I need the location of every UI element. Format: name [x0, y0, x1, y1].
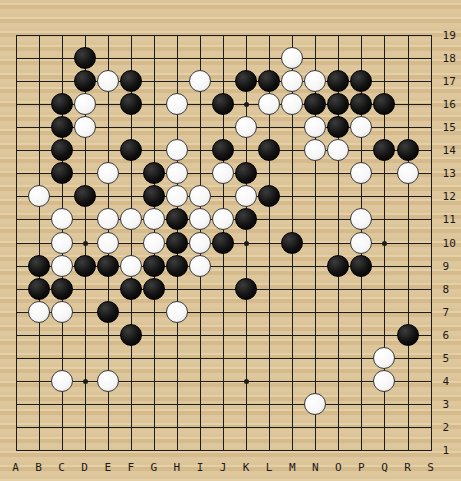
white-stone-K15[interactable] [235, 116, 257, 138]
white-stone-I12[interactable] [189, 185, 211, 207]
column-label-L: L [266, 462, 273, 473]
black-stone-P16[interactable] [350, 93, 372, 115]
black-stone-C15[interactable] [51, 116, 73, 138]
black-stone-E9[interactable] [97, 255, 119, 277]
column-label-N: N [312, 462, 319, 473]
white-stone-H12[interactable] [166, 185, 188, 207]
black-stone-D12[interactable] [74, 185, 96, 207]
column-label-A: A [12, 462, 19, 473]
white-stone-P10[interactable] [350, 232, 372, 254]
white-stone-K12[interactable] [235, 185, 257, 207]
star-point-Q10 [382, 241, 387, 246]
white-stone-I11[interactable] [189, 208, 211, 230]
white-stone-C7[interactable] [51, 301, 73, 323]
row-label-10: 10 [443, 237, 456, 248]
black-stone-D17[interactable] [74, 70, 96, 92]
black-stone-O17[interactable] [327, 70, 349, 92]
black-stone-C14[interactable] [51, 139, 73, 161]
white-stone-B12[interactable] [28, 185, 50, 207]
column-label-E: E [104, 462, 111, 473]
row-label-19: 19 [443, 30, 456, 41]
star-point-K16 [244, 102, 249, 107]
column-label-S: S [427, 462, 434, 473]
row-label-9: 9 [443, 260, 450, 271]
white-stone-N15[interactable] [304, 116, 326, 138]
black-stone-H11[interactable] [166, 208, 188, 230]
column-label-I: I [197, 462, 204, 473]
black-stone-P9[interactable] [350, 255, 372, 277]
white-stone-L16[interactable] [258, 93, 280, 115]
white-stone-N3[interactable] [304, 393, 326, 415]
black-stone-R6[interactable] [397, 324, 419, 346]
black-stone-G12[interactable] [143, 185, 165, 207]
black-stone-C13[interactable] [51, 162, 73, 184]
star-point-D4 [83, 379, 88, 384]
black-stone-J14[interactable] [212, 139, 234, 161]
row-label-2: 2 [443, 422, 450, 433]
row-label-17: 17 [443, 76, 456, 87]
row-label-5: 5 [443, 352, 450, 363]
white-stone-H14[interactable] [166, 139, 188, 161]
white-stone-N14[interactable] [304, 139, 326, 161]
white-stone-C11[interactable] [51, 208, 73, 230]
black-stone-K13[interactable] [235, 162, 257, 184]
row-label-4: 4 [443, 375, 450, 386]
white-stone-C10[interactable] [51, 232, 73, 254]
white-stone-P13[interactable] [350, 162, 372, 184]
white-stone-J11[interactable] [212, 208, 234, 230]
white-stone-F9[interactable] [120, 255, 142, 277]
black-stone-D18[interactable] [74, 47, 96, 69]
white-stone-F11[interactable] [120, 208, 142, 230]
black-stone-E7[interactable] [97, 301, 119, 323]
white-stone-P15[interactable] [350, 116, 372, 138]
column-label-Q: Q [381, 462, 388, 473]
white-stone-D15[interactable] [74, 116, 96, 138]
white-stone-C4[interactable] [51, 370, 73, 392]
black-stone-F6[interactable] [120, 324, 142, 346]
black-stone-F16[interactable] [120, 93, 142, 115]
row-label-8: 8 [443, 283, 450, 294]
row-label-18: 18 [443, 53, 456, 64]
grid-line-vertical [408, 35, 409, 451]
black-stone-L14[interactable] [258, 139, 280, 161]
black-stone-Q14[interactable] [373, 139, 395, 161]
black-stone-H9[interactable] [166, 255, 188, 277]
column-label-H: H [174, 462, 181, 473]
black-stone-H10[interactable] [166, 232, 188, 254]
white-stone-I17[interactable] [189, 70, 211, 92]
column-label-P: P [358, 462, 365, 473]
black-stone-G9[interactable] [143, 255, 165, 277]
black-stone-O15[interactable] [327, 116, 349, 138]
row-label-16: 16 [443, 99, 456, 110]
white-stone-J13[interactable] [212, 162, 234, 184]
black-stone-F8[interactable] [120, 278, 142, 300]
column-label-G: G [151, 462, 158, 473]
black-stone-C8[interactable] [51, 278, 73, 300]
star-point-K4 [244, 379, 249, 384]
column-label-J: J [220, 462, 227, 473]
grid-line-horizontal [16, 358, 432, 359]
black-stone-B8[interactable] [28, 278, 50, 300]
column-label-F: F [127, 462, 134, 473]
column-label-R: R [404, 462, 411, 473]
black-stone-F14[interactable] [120, 139, 142, 161]
row-label-12: 12 [443, 191, 456, 202]
white-stone-E17[interactable] [97, 70, 119, 92]
star-point-D10 [83, 241, 88, 246]
white-stone-H16[interactable] [166, 93, 188, 115]
column-label-D: D [81, 462, 88, 473]
row-label-3: 3 [443, 398, 450, 409]
black-stone-L17[interactable] [258, 70, 280, 92]
grid-line-horizontal [16, 450, 432, 451]
column-label-B: B [35, 462, 42, 473]
white-stone-H7[interactable] [166, 301, 188, 323]
black-stone-K8[interactable] [235, 278, 257, 300]
white-stone-M18[interactable] [281, 47, 303, 69]
white-stone-G11[interactable] [143, 208, 165, 230]
black-stone-J16[interactable] [212, 93, 234, 115]
black-stone-N16[interactable] [304, 93, 326, 115]
go-board-diagram: ABCDEFGHIJKLMNOPQRS 19181716151413121110… [0, 0, 461, 481]
white-stone-D16[interactable] [74, 93, 96, 115]
black-stone-K17[interactable] [235, 70, 257, 92]
column-label-C: C [58, 462, 65, 473]
column-label-K: K [243, 462, 250, 473]
white-stone-G10[interactable] [143, 232, 165, 254]
row-label-7: 7 [443, 306, 450, 317]
white-stone-I10[interactable] [189, 232, 211, 254]
row-label-11: 11 [443, 214, 456, 225]
white-stone-E11[interactable] [97, 208, 119, 230]
white-stone-P11[interactable] [350, 208, 372, 230]
black-stone-O16[interactable] [327, 93, 349, 115]
grid-line-horizontal [16, 289, 432, 290]
white-stone-E4[interactable] [97, 370, 119, 392]
column-label-M: M [289, 462, 296, 473]
black-stone-L12[interactable] [258, 185, 280, 207]
row-label-1: 1 [443, 445, 450, 456]
black-stone-K11[interactable] [235, 208, 257, 230]
grid-line-horizontal [16, 381, 432, 382]
black-stone-R14[interactable] [397, 139, 419, 161]
white-stone-I9[interactable] [189, 255, 211, 277]
black-stone-O9[interactable] [327, 255, 349, 277]
white-stone-M16[interactable] [281, 93, 303, 115]
black-stone-M10[interactable] [281, 232, 303, 254]
white-stone-H13[interactable] [166, 162, 188, 184]
grid-line-horizontal [16, 335, 432, 336]
white-stone-R13[interactable] [397, 162, 419, 184]
row-label-13: 13 [443, 168, 456, 179]
white-stone-E10[interactable] [97, 232, 119, 254]
black-stone-G13[interactable] [143, 162, 165, 184]
grid-line-horizontal [16, 404, 432, 405]
white-stone-B7[interactable] [28, 301, 50, 323]
white-stone-N17[interactable] [304, 70, 326, 92]
black-stone-D9[interactable] [74, 255, 96, 277]
row-label-15: 15 [443, 122, 456, 133]
row-label-6: 6 [443, 329, 450, 340]
white-stone-M17[interactable] [281, 70, 303, 92]
grid-line-horizontal [16, 312, 432, 313]
black-stone-J10[interactable] [212, 232, 234, 254]
white-stone-Q4[interactable] [373, 370, 395, 392]
row-label-14: 14 [443, 145, 456, 156]
grid-line-vertical [431, 35, 432, 451]
star-point-K10 [244, 241, 249, 246]
black-stone-C16[interactable] [51, 93, 73, 115]
column-label-O: O [335, 462, 342, 473]
grid-line-horizontal [16, 427, 432, 428]
white-stone-O14[interactable] [327, 139, 349, 161]
black-stone-B9[interactable] [28, 255, 50, 277]
black-stone-Q16[interactable] [373, 93, 395, 115]
white-stone-Q5[interactable] [373, 347, 395, 369]
black-stone-F17[interactable] [120, 70, 142, 92]
black-stone-G8[interactable] [143, 278, 165, 300]
white-stone-C9[interactable] [51, 255, 73, 277]
white-stone-E13[interactable] [97, 162, 119, 184]
black-stone-P17[interactable] [350, 70, 372, 92]
